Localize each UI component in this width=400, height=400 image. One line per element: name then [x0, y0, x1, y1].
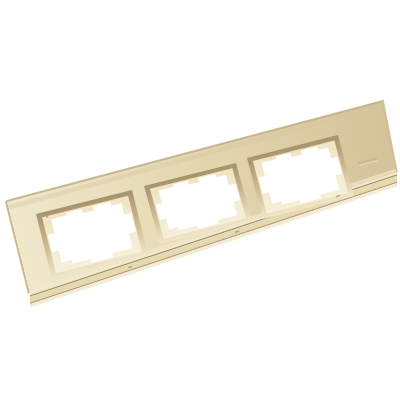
switch-frame-photo [0, 0, 400, 400]
product-photo [0, 0, 400, 400]
